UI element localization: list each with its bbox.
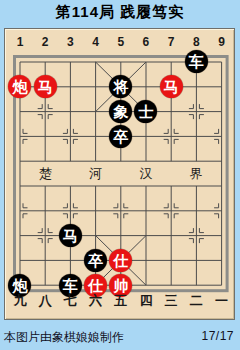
file-label: 5: [108, 35, 133, 49]
file-label: 7: [159, 35, 184, 49]
piece-black-soldier: 卒: [84, 249, 107, 272]
file-label: 6: [133, 35, 158, 49]
file-label: 九: [7, 292, 32, 310]
file-label: 八: [33, 292, 58, 310]
file-label: 8: [184, 35, 209, 49]
file-label: 二: [184, 292, 209, 310]
credit-text: 本图片由象棋娘娘制作: [4, 329, 124, 346]
file-label: 一: [209, 292, 234, 310]
piece-red-horse: 马: [34, 75, 57, 98]
file-label: 2: [33, 35, 58, 49]
file-numbers-bottom: 九 八 七 六 五 四 三 二 一: [7, 292, 234, 310]
piece-black-elephant: 象: [109, 100, 132, 123]
piece-red-horse: 马: [160, 75, 183, 98]
piece-black-soldier: 卒: [109, 125, 132, 148]
piece-black-advisor: 士: [134, 100, 157, 123]
piece-red-cannon: 炮: [8, 75, 31, 98]
file-label: 4: [83, 35, 108, 49]
file-label: 四: [133, 292, 158, 310]
page-indicator: 17/17: [201, 329, 234, 343]
footer-bar: 本图片由象棋娘娘制作 17/17: [0, 326, 240, 346]
file-numbers-top: 1 2 3 4 5 6 7 8 9: [7, 35, 234, 49]
file-label: 9: [209, 35, 234, 49]
file-label: 七: [58, 292, 83, 310]
file-label: 五: [108, 292, 133, 310]
file-label: 3: [58, 35, 83, 49]
piece-red-advisor: 仕: [109, 249, 132, 272]
piece-black-chariot: 车: [185, 50, 208, 73]
pieces-layer: 车炮马将马象士卒马卒仕炮车仕帅: [7, 50, 234, 298]
file-label: 三: [159, 292, 184, 310]
piece-black-general: 将: [109, 75, 132, 98]
file-label: 1: [7, 35, 32, 49]
piece-black-horse: 马: [59, 224, 82, 247]
file-label: 六: [83, 292, 108, 310]
